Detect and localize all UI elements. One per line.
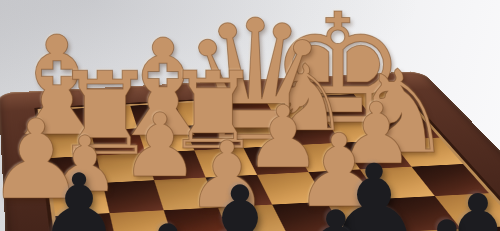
black-pawn[interactable]: ♟	[39, 162, 120, 231]
black-pawn[interactable]: ♟	[392, 205, 500, 231]
chess-set-photo: ♝♜♝♜♛♞♚♞♟♟♟♟♟♟♟♟♟♟♟♟♟♟	[0, 0, 500, 231]
black-pawn[interactable]: ♟	[113, 209, 223, 231]
pieces-layer: ♝♜♝♜♛♞♚♞♟♟♟♟♟♟♟♟♟♟♟♟♟♟	[0, 0, 500, 231]
black-pawn[interactable]: ♟	[281, 195, 391, 231]
